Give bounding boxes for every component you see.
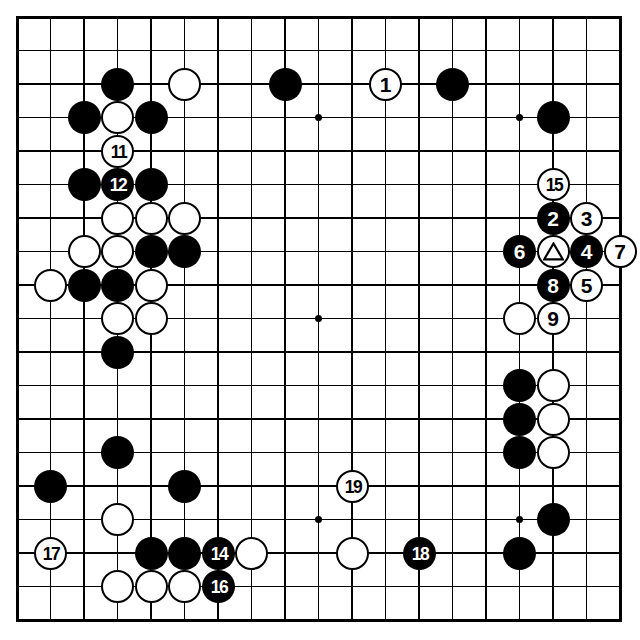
white-stone-move-17: 17	[34, 537, 67, 570]
white-stone-move-7: 7	[604, 235, 637, 268]
black-stone	[503, 369, 536, 402]
white-stone-move-3: 3	[570, 202, 603, 235]
black-stone	[135, 168, 168, 201]
go-board: 1111215236478591917141816	[0, 0, 640, 640]
black-stone	[68, 168, 101, 201]
white-stone	[168, 570, 201, 603]
white-stone	[135, 302, 168, 335]
white-stone	[68, 235, 101, 268]
move-number: 7	[614, 241, 626, 262]
triangle-marked-stone	[537, 235, 570, 268]
white-stone-move-19: 19	[336, 470, 369, 503]
triangle-mark-icon	[543, 242, 564, 261]
black-stone-move-6: 6	[503, 235, 536, 268]
black-stone	[503, 436, 536, 469]
black-stone	[168, 537, 201, 570]
white-stone	[101, 570, 134, 603]
white-stone-move-5: 5	[570, 269, 603, 302]
black-stone-move-4: 4	[570, 235, 603, 268]
black-stone	[503, 537, 536, 570]
move-number: 16	[210, 577, 227, 596]
move-number: 14	[210, 543, 227, 562]
move-number: 8	[547, 274, 559, 295]
black-stone-move-8: 8	[537, 269, 570, 302]
black-stone-move-12: 12	[101, 168, 134, 201]
move-number: 11	[110, 141, 126, 160]
white-stone	[537, 403, 570, 436]
move-number: 1	[380, 73, 392, 94]
white-stone	[34, 269, 67, 302]
move-number: 9	[547, 308, 559, 329]
white-stone	[235, 537, 268, 570]
move-number: 3	[581, 207, 593, 228]
white-stone	[537, 436, 570, 469]
black-stone	[68, 101, 101, 134]
white-stone	[537, 369, 570, 402]
stones-layer: 1111215236478591917141816	[0, 0, 637, 637]
black-stone	[135, 537, 168, 570]
black-stone	[537, 101, 570, 134]
white-stone	[135, 269, 168, 302]
black-stone	[101, 436, 134, 469]
white-stone	[101, 302, 134, 335]
white-stone-move-11: 11	[101, 135, 134, 168]
white-stone-move-15: 15	[537, 168, 570, 201]
move-number: 2	[547, 207, 559, 228]
black-stone	[101, 68, 134, 101]
white-stone	[101, 235, 134, 268]
black-stone	[68, 269, 101, 302]
white-stone	[168, 68, 201, 101]
move-number: 17	[43, 543, 60, 562]
black-stone	[101, 269, 134, 302]
white-stone	[168, 202, 201, 235]
black-stone	[269, 68, 302, 101]
move-number: 6	[514, 241, 526, 262]
move-number: 15	[545, 175, 562, 194]
black-stone	[135, 235, 168, 268]
black-stone-move-16: 16	[202, 570, 235, 603]
black-stone	[34, 470, 67, 503]
white-stone	[336, 537, 369, 570]
black-stone	[135, 101, 168, 134]
move-number: 18	[411, 543, 428, 562]
black-stone	[436, 68, 469, 101]
black-stone	[503, 403, 536, 436]
move-number: 19	[344, 476, 361, 495]
move-number: 12	[110, 175, 127, 194]
white-stone-move-9: 9	[537, 302, 570, 335]
black-stone	[537, 503, 570, 536]
white-stone	[101, 503, 134, 536]
white-stone	[101, 101, 134, 134]
black-stone	[101, 336, 134, 369]
move-number: 5	[581, 274, 593, 295]
white-stone	[135, 202, 168, 235]
white-stone-move-1: 1	[369, 68, 402, 101]
black-stone	[168, 235, 201, 268]
white-stone	[101, 202, 134, 235]
white-stone	[503, 302, 536, 335]
white-stone	[135, 570, 168, 603]
black-stone	[168, 470, 201, 503]
go-diagram: 1111215236478591917141816	[0, 0, 640, 640]
move-number: 4	[581, 241, 593, 262]
black-stone-move-18: 18	[403, 537, 436, 570]
black-stone-move-2: 2	[537, 202, 570, 235]
black-stone-move-14: 14	[202, 537, 235, 570]
